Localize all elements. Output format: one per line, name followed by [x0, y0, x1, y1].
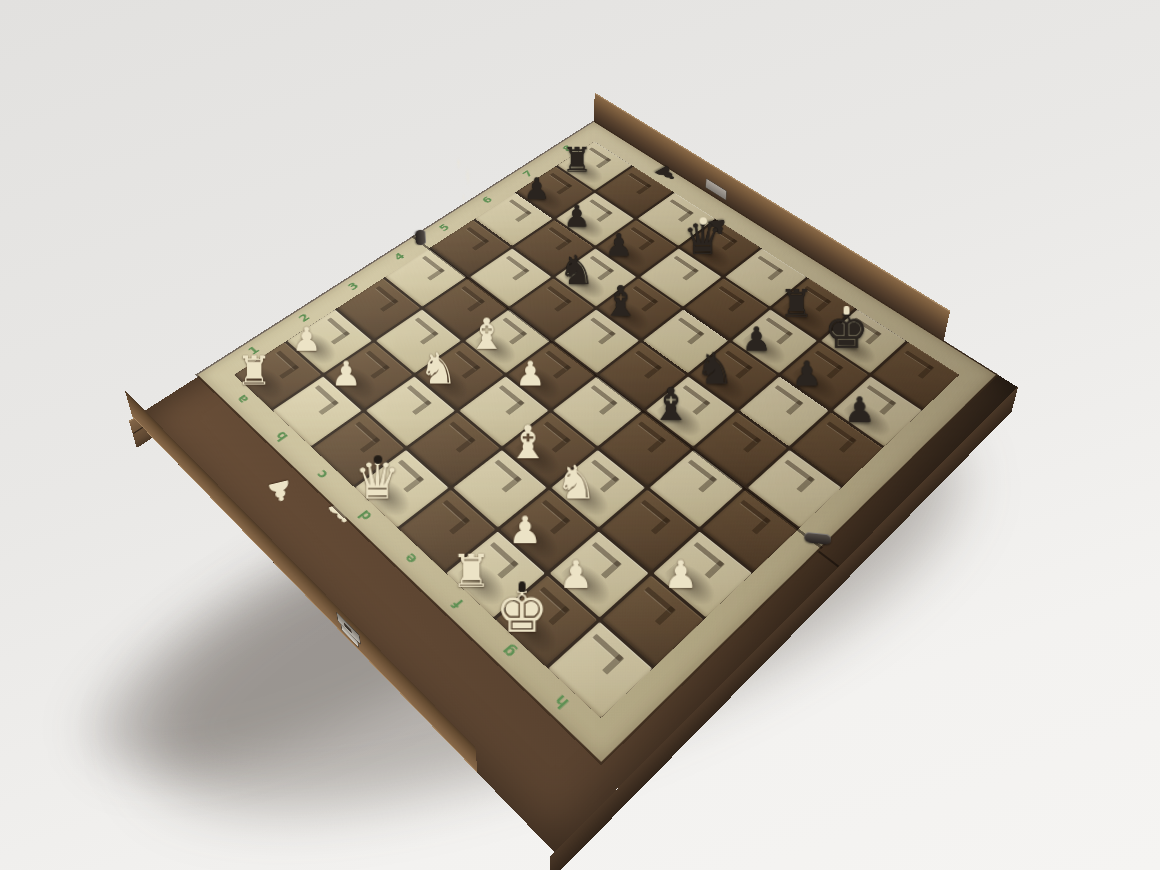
black-pawn-f7[interactable]: ♟ [742, 322, 772, 355]
black-bishop-d6[interactable]: ♝ [602, 280, 640, 322]
black-pawn-a7[interactable]: ♟ [524, 174, 551, 204]
scene: ♟♟ ♜♛♜♚♟♟♟♟♟♟♞♝♞♝♝♟♞♝♞♟♟♟♟♟♜♛♜♚ 87654321… [0, 0, 1160, 870]
black-queen-d8[interactable]: ♛ [683, 216, 722, 260]
black-king-g8[interactable]: ♚ [824, 306, 869, 356]
white-pawn-f2[interactable]: ♟ [509, 511, 543, 549]
white-pawn-b2[interactable]: ♟ [331, 356, 362, 390]
black-pawn-h7[interactable]: ♟ [844, 392, 875, 427]
square-h7[interactable]: ♟ [833, 376, 922, 446]
travel-chess-box: ♟♟ ♜♛♜♚♟♟♟♟♟♟♞♝♞♝♝♟♞♝♞♟♟♟♟♟♜♛♜♚ 87654321… [133, 122, 1017, 852]
black-pawn-b7[interactable]: ♟ [564, 201, 591, 231]
captured-white-pawn-tray-1[interactable]: ♟ [264, 475, 297, 507]
hinge-left-icon [415, 230, 426, 246]
black-knight-c6[interactable]: ♞ [559, 250, 595, 290]
board-deck: ♜♛♜♚♟♟♟♟♟♟♞♝♞♝♝♟♞♝♞♟♟♟♟♟♜♛♜♚ 87654321 ab… [198, 122, 996, 762]
black-pawn-c7[interactable]: ♟ [605, 229, 633, 260]
white-bishop-e3[interactable]: ♝ [507, 419, 549, 465]
white-knight-c3[interactable]: ♞ [419, 347, 458, 390]
white-pawn-g2[interactable]: ♟ [559, 555, 594, 594]
white-knight-f3[interactable]: ♞ [556, 459, 598, 505]
black-knight-f6[interactable]: ♞ [696, 347, 735, 390]
white-queen-d1[interactable]: ♛ [355, 454, 401, 506]
white-bishop-c4[interactable]: ♝ [468, 312, 507, 355]
black-bishop-f5[interactable]: ♝ [651, 382, 692, 427]
white-pawn-d4[interactable]: ♟ [515, 356, 546, 390]
white-king-g1[interactable]: ♚ [496, 581, 550, 641]
black-rook-a8[interactable]: ♜ [562, 142, 593, 176]
white-pawn-a2[interactable]: ♟ [292, 322, 322, 355]
white-pawn-h3[interactable]: ♟ [664, 555, 699, 594]
studio-backdrop: ♟♟ ♜♛♜♚♟♟♟♟♟♟♞♝♞♝♝♟♞♝♞♟♟♟♟♟♜♛♜♚ 87654321… [0, 0, 1160, 870]
white-rook-f1[interactable]: ♜ [451, 548, 492, 594]
black-pawn-g7[interactable]: ♟ [792, 356, 823, 390]
hinge-right-icon [804, 532, 831, 545]
black-rook-f8[interactable]: ♜ [779, 284, 813, 322]
white-rook-a1[interactable]: ♜ [236, 350, 272, 390]
